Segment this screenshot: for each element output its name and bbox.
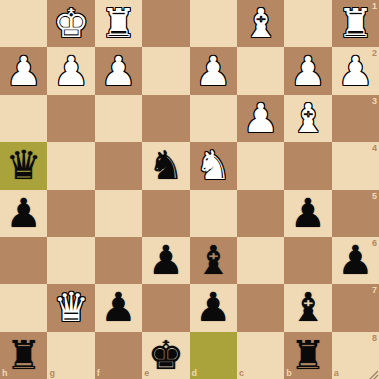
square-g3[interactable] xyxy=(47,95,94,142)
square-e4[interactable]: ♞ xyxy=(142,142,189,189)
square-e1[interactable] xyxy=(142,0,189,47)
square-b3[interactable]: ♝ xyxy=(284,95,331,142)
square-b8[interactable]: ♜b xyxy=(284,332,331,379)
rank-label-3: 3 xyxy=(372,97,377,106)
square-d8[interactable]: d xyxy=(190,332,237,379)
piece-black-rook[interactable]: ♜ xyxy=(6,332,42,379)
square-a2[interactable]: ♟2 xyxy=(332,47,379,94)
square-e6[interactable]: ♟ xyxy=(142,237,189,284)
piece-white-pawn[interactable]: ♟ xyxy=(6,48,42,95)
square-e2[interactable] xyxy=(142,47,189,94)
piece-black-pawn[interactable]: ♟ xyxy=(148,237,184,284)
square-g8[interactable]: g xyxy=(47,332,94,379)
file-label-c: c xyxy=(239,369,244,378)
square-a1[interactable]: ♜1 xyxy=(332,0,379,47)
square-h3[interactable] xyxy=(0,95,47,142)
square-b7[interactable]: ♝ xyxy=(284,284,331,331)
piece-white-king[interactable]: ♚ xyxy=(53,0,89,47)
square-h8[interactable]: ♜h xyxy=(0,332,47,379)
board-resize-handle[interactable] xyxy=(367,367,379,379)
square-g6[interactable] xyxy=(47,237,94,284)
square-c7[interactable] xyxy=(237,284,284,331)
file-label-g: g xyxy=(49,369,55,378)
square-e5[interactable] xyxy=(142,190,189,237)
square-c5[interactable] xyxy=(237,190,284,237)
square-e3[interactable] xyxy=(142,95,189,142)
square-f1[interactable]: ♜ xyxy=(95,0,142,47)
square-c1[interactable]: ♝ xyxy=(237,0,284,47)
rank-label-5: 5 xyxy=(372,192,377,201)
square-d2[interactable]: ♟ xyxy=(190,47,237,94)
piece-white-pawn[interactable]: ♟ xyxy=(53,48,89,95)
piece-black-pawn[interactable]: ♟ xyxy=(337,237,373,284)
square-d4[interactable]: ♞ xyxy=(190,142,237,189)
resize-grip-icon xyxy=(367,369,379,379)
piece-white-pawn[interactable]: ♟ xyxy=(243,95,279,142)
square-h2[interactable]: ♟ xyxy=(0,47,47,94)
piece-white-pawn[interactable]: ♟ xyxy=(337,48,373,95)
square-h1[interactable] xyxy=(0,0,47,47)
piece-black-bishop[interactable]: ♝ xyxy=(195,237,231,284)
rank-label-4: 4 xyxy=(372,144,377,153)
piece-black-pawn[interactable]: ♟ xyxy=(195,284,231,331)
square-h7[interactable] xyxy=(0,284,47,331)
file-label-f: f xyxy=(97,369,100,378)
square-d1[interactable] xyxy=(190,0,237,47)
piece-black-queen[interactable]: ♛ xyxy=(6,142,42,189)
square-h5[interactable]: ♟ xyxy=(0,190,47,237)
piece-black-rook[interactable]: ♜ xyxy=(290,332,326,379)
piece-white-pawn[interactable]: ♟ xyxy=(101,48,137,95)
square-f4[interactable] xyxy=(95,142,142,189)
square-b2[interactable]: ♟ xyxy=(284,47,331,94)
square-a6[interactable]: ♟6 xyxy=(332,237,379,284)
piece-white-queen[interactable]: ♛ xyxy=(53,284,89,331)
square-b1[interactable] xyxy=(284,0,331,47)
square-c2[interactable] xyxy=(237,47,284,94)
piece-white-pawn[interactable]: ♟ xyxy=(195,48,231,95)
square-g4[interactable] xyxy=(47,142,94,189)
file-label-a: a xyxy=(334,369,339,378)
piece-white-knight[interactable]: ♞ xyxy=(195,142,231,189)
square-g7[interactable]: ♛ xyxy=(47,284,94,331)
square-g1[interactable]: ♚ xyxy=(47,0,94,47)
piece-black-king[interactable]: ♚ xyxy=(148,332,184,379)
square-g5[interactable] xyxy=(47,190,94,237)
piece-black-pawn[interactable]: ♟ xyxy=(6,190,42,237)
square-f2[interactable]: ♟ xyxy=(95,47,142,94)
square-c4[interactable] xyxy=(237,142,284,189)
square-h4[interactable]: ♛ xyxy=(0,142,47,189)
piece-white-pawn[interactable]: ♟ xyxy=(290,48,326,95)
square-f3[interactable] xyxy=(95,95,142,142)
square-f8[interactable]: f xyxy=(95,332,142,379)
square-a4[interactable]: 4 xyxy=(332,142,379,189)
square-d6[interactable]: ♝ xyxy=(190,237,237,284)
piece-black-pawn[interactable]: ♟ xyxy=(101,284,137,331)
piece-white-rook[interactable]: ♜ xyxy=(337,0,373,47)
rank-label-8: 8 xyxy=(372,334,377,343)
piece-white-rook[interactable]: ♜ xyxy=(101,0,137,47)
square-d3[interactable] xyxy=(190,95,237,142)
square-c8[interactable]: c xyxy=(237,332,284,379)
piece-black-pawn[interactable]: ♟ xyxy=(290,190,326,237)
square-d5[interactable] xyxy=(190,190,237,237)
square-e8[interactable]: ♚e xyxy=(142,332,189,379)
file-label-d: d xyxy=(192,369,198,378)
piece-black-knight[interactable]: ♞ xyxy=(148,142,184,189)
square-d7[interactable]: ♟ xyxy=(190,284,237,331)
square-e7[interactable] xyxy=(142,284,189,331)
square-c6[interactable] xyxy=(237,237,284,284)
square-f7[interactable]: ♟ xyxy=(95,284,142,331)
square-h6[interactable] xyxy=(0,237,47,284)
square-b4[interactable] xyxy=(284,142,331,189)
piece-white-bishop[interactable]: ♝ xyxy=(290,95,326,142)
square-f5[interactable] xyxy=(95,190,142,237)
square-a3[interactable]: 3 xyxy=(332,95,379,142)
square-a7[interactable]: 7 xyxy=(332,284,379,331)
rank-label-7: 7 xyxy=(372,286,377,295)
piece-black-bishop[interactable]: ♝ xyxy=(290,284,326,331)
square-g2[interactable]: ♟ xyxy=(47,47,94,94)
chess-board: ♚♜♝♜1♟♟♟♟♟♟2♟♝3♛♞♞4♟♟5♟♝♟6♛♟♟♝7♜hgf♚edc♜… xyxy=(0,0,379,379)
square-f6[interactable] xyxy=(95,237,142,284)
square-b5[interactable]: ♟ xyxy=(284,190,331,237)
square-a5[interactable]: 5 xyxy=(332,190,379,237)
square-b6[interactable] xyxy=(284,237,331,284)
square-c3[interactable]: ♟ xyxy=(237,95,284,142)
piece-white-bishop[interactable]: ♝ xyxy=(243,0,279,47)
